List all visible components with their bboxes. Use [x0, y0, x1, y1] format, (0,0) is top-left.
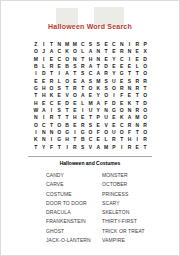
grid-cell-r1c11: C	[110, 41, 118, 48]
grid-cell-r6c13: S	[126, 78, 134, 85]
grid-cell-r2c1: O	[32, 48, 40, 55]
grid-cell-r4c10: D	[102, 63, 110, 70]
grid-cell-r3c2: I	[40, 56, 48, 63]
word-list-item: THIRTY-FIRST	[102, 217, 145, 226]
word-list-item: VAMPIRE	[102, 236, 145, 245]
grid-cell-r3c14: E	[133, 56, 141, 63]
word-list-item: SCARY	[102, 199, 145, 208]
grid-cell-r2c14: E	[133, 48, 141, 55]
grid-cell-r10c8: U	[87, 107, 95, 114]
word-list-header: Halloween and Costumes	[28, 159, 152, 169]
grid-cell-r10c3: I	[48, 107, 56, 114]
grid-cell-r15c14: E	[133, 144, 141, 151]
grid-cell-r7c2: H	[40, 85, 48, 92]
grid-cell-r11c15: O	[141, 114, 149, 121]
grid-cell-r12c11: E	[110, 122, 118, 129]
grid-cell-r7c5: T	[63, 85, 71, 92]
grid-cell-r7c15: T	[141, 85, 149, 92]
grid-cell-r7c7: T	[79, 85, 87, 92]
grid-cell-r10c5: T	[63, 107, 71, 114]
grid-cell-r12c2: C	[40, 122, 48, 129]
grid-cell-r1c3: T	[48, 41, 56, 48]
grid-cell-r7c10: S	[102, 85, 110, 92]
grid-cell-r5c4: I	[55, 70, 63, 77]
grid-cell-r2c10: T	[102, 48, 110, 55]
word-list-item: CARVE	[46, 180, 91, 189]
grid-cell-r4c3: R	[48, 63, 56, 70]
page-title: Halloween Word Search	[0, 23, 180, 30]
grid-cell-r14c3: I	[48, 136, 56, 143]
grid-cell-r9c2: E	[40, 100, 48, 107]
grid-cell-r5c13: T	[126, 70, 134, 77]
grid-cell-r10c15: O	[141, 107, 149, 114]
grid-cell-r4c11: E	[110, 63, 118, 70]
grid-cell-r11c4: T	[55, 114, 63, 121]
grid-cell-r5c2: D	[40, 70, 48, 77]
word-list-item: GHOST	[46, 227, 91, 236]
grid-cell-r7c1: G	[32, 85, 40, 92]
grid-cell-r3c6: N	[71, 56, 79, 63]
grid-cell-r9c12: E	[118, 100, 126, 107]
grid-cell-r6c14: R	[133, 78, 141, 85]
grid-cell-r3c8: H	[87, 56, 95, 63]
grid-cell-r8c13: E	[126, 92, 134, 99]
grid-cell-r5c8: C	[87, 70, 95, 77]
grid-cell-r4c12: E	[118, 63, 126, 70]
grid-cell-r5c1: I	[32, 70, 40, 77]
grid-cell-r9c14: T	[133, 100, 141, 107]
grid-cell-r13c11: U	[110, 129, 118, 136]
grid-cell-r15c7: S	[79, 144, 87, 151]
grid-cell-r13c9: F	[94, 129, 102, 136]
grid-cell-r14c5: H	[63, 136, 71, 143]
grid-cell-r10c11: G	[110, 107, 118, 114]
grid-cell-r9c10: F	[102, 100, 110, 107]
grid-cell-r12c1: O	[32, 122, 40, 129]
word-list-item: COSTUME	[46, 190, 91, 199]
grid-cell-r8c5: V	[63, 92, 71, 99]
grid-cell-r13c4: O	[55, 129, 63, 136]
grid-cell-r1c12: N	[118, 41, 126, 48]
grid-cell-r9c1: H	[32, 100, 40, 107]
grid-cell-r9c4: E	[55, 100, 63, 107]
grid-cell-r4c13: E	[126, 63, 134, 70]
grid-cell-r3c13: I	[126, 56, 134, 63]
word-list-item: MONSTER	[102, 171, 145, 180]
grid-cell-r6c3: R	[48, 78, 56, 85]
grid-cell-r13c3: N	[48, 129, 56, 136]
grid-cell-r1c1: Z	[32, 41, 40, 48]
grid-cell-r10c2: A	[40, 107, 48, 114]
grid-cell-r6c5: O	[63, 78, 71, 85]
grid-cell-r12c5: B	[63, 122, 71, 129]
word-list-right-column: MONSTEROCTOBERPRINCESSSCARYSKELETONTHIRT…	[102, 171, 145, 245]
word-search-grid: ZITNMMCSSECNIRPOJACKOLANTERNEXMIECONTHNE…	[32, 41, 149, 151]
grid-cell-r9c3: C	[48, 100, 56, 107]
grid-cell-r11c9: P	[94, 114, 102, 121]
grid-cell-r5c3: T	[48, 70, 56, 77]
grid-cell-r11c6: H	[71, 114, 79, 121]
grid-cell-r14c7: B	[79, 136, 87, 143]
grid-cell-r7c11: O	[110, 85, 118, 92]
grid-cell-r9c6: E	[71, 100, 79, 107]
grid-cell-r15c10: M	[102, 144, 110, 151]
grid-cell-r1c4: N	[55, 41, 63, 48]
grid-cell-r13c5: G	[63, 129, 71, 136]
grid-cell-r7c8: O	[87, 85, 95, 92]
grid-cell-r15c2: Y	[40, 144, 48, 151]
grid-cell-r15c3: F	[48, 144, 56, 151]
grid-cell-r6c9: M	[94, 78, 102, 85]
grid-cell-r5c5: A	[63, 70, 71, 77]
grid-cell-r5c9: A	[94, 70, 102, 77]
grid-cell-r9c8: M	[87, 100, 95, 107]
grid-cell-r11c3: R	[48, 114, 56, 121]
grid-cell-r15c11: P	[110, 144, 118, 151]
grid-cell-r8c11: I	[110, 92, 118, 99]
grid-cell-r8c1: T	[32, 92, 40, 99]
grid-cell-r4c15: O	[141, 63, 149, 70]
grid-cell-r2c5: K	[63, 48, 71, 55]
word-list-section: Halloween and Costumes CANDYCARVECOSTUME…	[28, 156, 152, 169]
grid-cell-r6c7: A	[79, 78, 87, 85]
grid-cell-r2c9: N	[94, 48, 102, 55]
grid-cell-r10c1: W	[32, 107, 40, 114]
grid-cell-r12c10: V	[102, 122, 110, 129]
grid-cell-r1c9: S	[94, 41, 102, 48]
grid-cell-r11c11: E	[110, 114, 118, 121]
grid-cell-r4c8: A	[87, 63, 95, 70]
word-list-item: FRANKENSTEIN	[46, 217, 91, 226]
grid-cell-r7c3: O	[48, 85, 56, 92]
grid-cell-r15c4: T	[55, 144, 63, 151]
grid-cell-r4c7: R	[79, 63, 87, 70]
grid-cell-r1c8: S	[87, 41, 95, 48]
grid-cell-r6c12: E	[118, 78, 126, 85]
grid-cell-r8c2: H	[40, 92, 48, 99]
grid-cell-r11c13: A	[126, 114, 134, 121]
grid-cell-r12c4: O	[55, 122, 63, 129]
grid-cell-r11c8: T	[87, 114, 95, 121]
grid-cell-r3c9: N	[94, 56, 102, 63]
grid-cell-r10c14: R	[133, 107, 141, 114]
grid-cell-r14c4: G	[55, 136, 63, 143]
grid-cell-r2c2: J	[40, 48, 48, 55]
grid-cell-r15c9: A	[94, 144, 102, 151]
grid-cell-r9c15: D	[141, 100, 149, 107]
grid-cell-r1c2: I	[40, 41, 48, 48]
grid-cell-r15c5: I	[63, 144, 71, 151]
grid-cell-r11c7: E	[79, 114, 87, 121]
grid-cell-r5c7: S	[79, 70, 87, 77]
word-list-item: DRACULA	[46, 208, 91, 217]
grid-cell-r6c8: S	[87, 78, 95, 85]
grid-cell-r2c11: E	[110, 48, 118, 55]
grid-cell-r7c4: S	[55, 85, 63, 92]
grid-cell-r7c13: N	[126, 85, 134, 92]
word-list-left-column: CANDYCARVECOSTUMEDOOR TO DOORDRACULAFRAN…	[46, 171, 91, 245]
grid-cell-r13c10: O	[102, 129, 110, 136]
grid-cell-r8c9: Y	[94, 92, 102, 99]
grid-cell-r11c5: T	[63, 114, 71, 121]
grid-cell-r3c15: D	[141, 56, 149, 63]
grid-cell-r11c2: I	[40, 114, 48, 121]
grid-cell-r1c15: P	[141, 41, 149, 48]
grid-cell-r13c8: O	[87, 129, 95, 136]
grid-cell-r8c7: A	[79, 92, 87, 99]
grid-cell-r3c3: E	[48, 56, 56, 63]
grid-cell-r2c12: R	[118, 48, 126, 55]
grid-cell-r8c12: F	[118, 92, 126, 99]
grid-cell-r6c10: S	[102, 78, 110, 85]
grid-cell-r12c9: E	[94, 122, 102, 129]
word-list-item: JACK-O-LANTERN	[46, 236, 91, 245]
grid-cell-r14c14: I	[133, 136, 141, 143]
grid-cell-r10c6: E	[71, 107, 79, 114]
grid-cell-r15c15: T	[141, 144, 149, 151]
grid-cell-r12c8: S	[87, 122, 95, 129]
grid-cell-r13c12: O	[118, 129, 126, 136]
grid-cell-r10c4: S	[55, 107, 63, 114]
grid-cell-r5c15: O	[141, 70, 149, 77]
grid-cell-r8c8: E	[87, 92, 95, 99]
grid-cell-r8c3: K	[48, 92, 56, 99]
grid-cell-r7c12: R	[118, 85, 126, 92]
grid-cell-r14c12: T	[118, 136, 126, 143]
grid-cell-r4c4: E	[55, 63, 63, 70]
grid-cell-r6c2: E	[40, 78, 48, 85]
grid-cell-r14c10: L	[102, 136, 110, 143]
grid-cell-r7c9: K	[94, 85, 102, 92]
grid-cell-r4c6: S	[71, 63, 79, 70]
grid-cell-r6c4: L	[55, 78, 63, 85]
grid-cell-r4c9: T	[94, 63, 102, 70]
grid-cell-r11c1: N	[32, 114, 40, 121]
grid-cell-r3c12: C	[118, 56, 126, 63]
grid-cell-r15c8: V	[87, 144, 95, 151]
grid-cell-r11c14: M	[133, 114, 141, 121]
grid-cell-r4c5: B	[63, 63, 71, 70]
grid-cell-r1c13: I	[126, 41, 134, 48]
grid-cell-r12c15: R	[141, 122, 149, 129]
grid-cell-r5c11: Y	[110, 70, 118, 77]
grid-cell-r6c15: R	[141, 78, 149, 85]
word-list-item: SKELETON	[102, 208, 145, 217]
grid-cell-r13c7: G	[79, 129, 87, 136]
grid-cell-r3c11: Y	[110, 56, 118, 63]
grid-cell-r12c6: E	[71, 122, 79, 129]
grid-cell-r12c3: T	[48, 122, 56, 129]
grid-cell-r5c10: R	[102, 70, 110, 77]
grid-cell-r13c1: I	[32, 129, 40, 136]
grid-cell-r9c9: A	[94, 100, 102, 107]
grid-cell-r15c13: R	[126, 144, 134, 151]
grid-cell-r15c12: I	[118, 144, 126, 151]
grid-cell-r14c6: T	[71, 136, 79, 143]
grid-cell-r2c15: X	[141, 48, 149, 55]
grid-cell-r3c7: T	[79, 56, 87, 63]
grid-cell-r2c7: L	[79, 48, 87, 55]
grid-cell-r10c7: I	[79, 107, 87, 114]
grid-cell-r10c9: Y	[94, 107, 102, 114]
grid-cell-r9c11: D	[110, 100, 118, 107]
grid-cell-r2c4: C	[55, 48, 63, 55]
grid-cell-r5c6: T	[71, 70, 79, 77]
grid-cell-r14c11: R	[110, 136, 118, 143]
grid-cell-r5c14: T	[133, 70, 141, 77]
grid-cell-r7c14: R	[133, 85, 141, 92]
grid-cell-r6c6: E	[71, 78, 79, 85]
grid-cell-r13c14: T	[133, 129, 141, 136]
grid-cell-r15c6: R	[71, 144, 79, 151]
grid-cell-r3c1: M	[32, 56, 40, 63]
grid-cell-r7c6: R	[71, 85, 79, 92]
grid-cell-r11c12: K	[118, 114, 126, 121]
word-list-item: CANDY	[46, 171, 91, 180]
grid-cell-r6c11: U	[110, 78, 118, 85]
grid-cell-r10c13: N	[126, 107, 134, 114]
word-list-item: DOOR TO DOOR	[46, 199, 91, 208]
grid-cell-r2c13: N	[126, 48, 134, 55]
grid-cell-r13c2: N	[40, 129, 48, 136]
worksheet-page: Halloween Word Search ZITNMMCSSECNIRPOJA…	[0, 0, 180, 256]
grid-cell-r8c14: T	[133, 92, 141, 99]
grid-cell-r9c7: L	[79, 100, 87, 107]
grid-cell-r1c10: E	[102, 41, 110, 48]
grid-cell-r4c2: L	[40, 63, 48, 70]
grid-cell-r12c14: N	[133, 122, 141, 129]
grid-cell-r3c5: O	[63, 56, 71, 63]
grid-cell-r9c13: K	[126, 100, 134, 107]
word-list-item: TRICK OR TREAT	[102, 227, 145, 236]
word-list-item: OCTOBER	[102, 180, 145, 189]
grid-cell-r3c4: C	[55, 56, 63, 63]
grid-cell-r14c13: H	[126, 136, 134, 143]
grid-cell-r13c6: I	[71, 129, 79, 136]
grid-cell-r4c1: B	[32, 63, 40, 70]
grid-cell-r2c3: A	[48, 48, 56, 55]
grid-cell-r8c4: E	[55, 92, 63, 99]
grid-cell-r1c7: C	[79, 41, 87, 48]
grid-cell-r14c15: R	[141, 136, 149, 143]
grid-cell-r11c10: U	[102, 114, 110, 121]
grid-cell-r1c5: M	[63, 41, 71, 48]
grid-cell-r8c10: O	[102, 92, 110, 99]
grid-cell-r12c12: C	[118, 122, 126, 129]
grid-cell-r12c7: R	[79, 122, 87, 129]
grid-cell-r4c14: L	[133, 63, 141, 70]
grid-cell-r13c13: F	[126, 129, 134, 136]
grid-cell-r2c8: A	[87, 48, 95, 55]
grid-cell-r1c14: R	[133, 41, 141, 48]
grid-cell-r14c1: K	[32, 136, 40, 143]
word-list-item: PRINCESS	[102, 190, 145, 199]
grid-cell-r15c1: T	[32, 144, 40, 151]
grid-cell-r14c8: C	[87, 136, 95, 143]
grid-cell-r9c5: D	[63, 100, 71, 107]
grid-cell-r8c6: O	[71, 92, 79, 99]
grid-cell-r12c13: R	[126, 122, 134, 129]
grid-cell-r1c6: M	[71, 41, 79, 48]
grid-cell-r5c12: G	[118, 70, 126, 77]
grid-cell-r6c1: E	[32, 78, 40, 85]
grid-cell-r10c10: N	[102, 107, 110, 114]
grid-cell-r14c2: N	[40, 136, 48, 143]
grid-cell-r14c9: E	[94, 136, 102, 143]
grid-cell-r10c12: O	[118, 107, 126, 114]
grid-cell-r8c15: O	[141, 92, 149, 99]
grid-cell-r13c15: O	[141, 129, 149, 136]
grid-cell-r3c10: E	[102, 56, 110, 63]
grid-cell-r2c6: O	[71, 48, 79, 55]
